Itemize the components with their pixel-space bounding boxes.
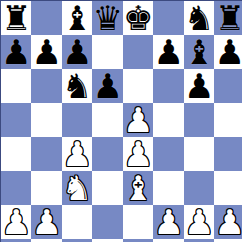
- square-a5[interactable]: [1, 103, 31, 137]
- square-a7[interactable]: ♟: [1, 35, 31, 69]
- square-e8[interactable]: ♚: [123, 1, 153, 35]
- square-g6[interactable]: ♟: [184, 69, 214, 103]
- white-knight-c3[interactable]: ♞: [62, 171, 92, 205]
- square-g8[interactable]: ♞: [184, 1, 214, 35]
- white-pawn-f2[interactable]: ♟: [153, 205, 183, 239]
- square-h5[interactable]: [214, 103, 242, 137]
- square-a2[interactable]: ♟: [1, 205, 31, 239]
- white-pawn-a2[interactable]: ♟: [1, 205, 31, 239]
- square-f5[interactable]: [153, 103, 183, 137]
- square-f3[interactable]: [153, 171, 183, 205]
- square-d5[interactable]: [92, 103, 122, 137]
- black-king-e8[interactable]: ♚: [123, 1, 153, 35]
- black-pawn-h7[interactable]: ♟: [214, 35, 242, 69]
- square-h7[interactable]: ♟: [214, 35, 242, 69]
- square-c5[interactable]: [62, 103, 92, 137]
- square-h8[interactable]: ♜: [214, 1, 242, 35]
- square-a4[interactable]: [1, 137, 31, 171]
- square-h4[interactable]: [214, 137, 242, 171]
- square-d8[interactable]: ♛: [92, 1, 122, 35]
- square-f6[interactable]: [153, 69, 183, 103]
- square-h3[interactable]: [214, 171, 242, 205]
- square-e5[interactable]: ♟: [123, 103, 153, 137]
- square-c7[interactable]: ♟: [62, 35, 92, 69]
- white-pawn-g2[interactable]: ♟: [184, 205, 214, 239]
- square-e2[interactable]: [123, 205, 153, 239]
- square-d6[interactable]: ♟: [92, 69, 122, 103]
- square-c2[interactable]: [62, 205, 92, 239]
- square-a6[interactable]: [1, 69, 31, 103]
- square-d7[interactable]: [92, 35, 122, 69]
- square-f8[interactable]: [153, 1, 183, 35]
- black-pawn-a7[interactable]: ♟: [1, 35, 31, 69]
- white-pawn-h2[interactable]: ♟: [214, 205, 242, 239]
- white-pawn-e5[interactable]: ♟: [123, 103, 153, 137]
- black-pawn-d6[interactable]: ♟: [92, 69, 122, 103]
- square-a8[interactable]: ♜: [1, 1, 31, 35]
- square-g2[interactable]: ♟: [184, 205, 214, 239]
- square-c8[interactable]: ♝: [62, 1, 92, 35]
- square-b8[interactable]: [31, 1, 61, 35]
- white-pawn-e4[interactable]: ♟: [123, 137, 153, 171]
- black-knight-c6[interactable]: ♞: [62, 69, 92, 103]
- square-h6[interactable]: [214, 69, 242, 103]
- square-d2[interactable]: [92, 205, 122, 239]
- chess-board: ♜♝♛♚♞♜♟♟♟♟♝♟♞♟♟♟♟♟♞♝♟♟♟♟♟♜♛♚♝♞♜: [0, 0, 242, 242]
- square-c4[interactable]: ♟: [62, 137, 92, 171]
- black-pawn-g6[interactable]: ♟: [184, 69, 214, 103]
- square-g5[interactable]: [184, 103, 214, 137]
- square-d4[interactable]: [92, 137, 122, 171]
- square-e4[interactable]: ♟: [123, 137, 153, 171]
- black-pawn-f7[interactable]: ♟: [153, 35, 183, 69]
- black-rook-h8[interactable]: ♜: [214, 1, 242, 35]
- square-e3[interactable]: ♝: [123, 171, 153, 205]
- square-b3[interactable]: [31, 171, 61, 205]
- square-a3[interactable]: [1, 171, 31, 205]
- square-b5[interactable]: [31, 103, 61, 137]
- square-g3[interactable]: [184, 171, 214, 205]
- square-c3[interactable]: ♞: [62, 171, 92, 205]
- square-h2[interactable]: ♟: [214, 205, 242, 239]
- square-b6[interactable]: [31, 69, 61, 103]
- square-c6[interactable]: ♞: [62, 69, 92, 103]
- black-pawn-c7[interactable]: ♟: [62, 35, 92, 69]
- white-pawn-c4[interactable]: ♟: [62, 137, 92, 171]
- square-b2[interactable]: ♟: [31, 205, 61, 239]
- black-bishop-c8[interactable]: ♝: [62, 1, 92, 35]
- square-e7[interactable]: [123, 35, 153, 69]
- square-b7[interactable]: ♟: [31, 35, 61, 69]
- black-knight-g8[interactable]: ♞: [184, 1, 214, 35]
- square-g7[interactable]: ♝: [184, 35, 214, 69]
- square-e6[interactable]: [123, 69, 153, 103]
- square-b4[interactable]: [31, 137, 61, 171]
- square-f2[interactable]: ♟: [153, 205, 183, 239]
- square-g4[interactable]: [184, 137, 214, 171]
- white-bishop-e3[interactable]: ♝: [123, 171, 153, 205]
- black-rook-a8[interactable]: ♜: [1, 1, 31, 35]
- white-pawn-b2[interactable]: ♟: [31, 205, 61, 239]
- square-f7[interactable]: ♟: [153, 35, 183, 69]
- black-pawn-b7[interactable]: ♟: [31, 35, 61, 69]
- square-f4[interactable]: [153, 137, 183, 171]
- square-d3[interactable]: [92, 171, 122, 205]
- black-bishop-g7[interactable]: ♝: [184, 35, 214, 69]
- black-queen-d8[interactable]: ♛: [92, 1, 122, 35]
